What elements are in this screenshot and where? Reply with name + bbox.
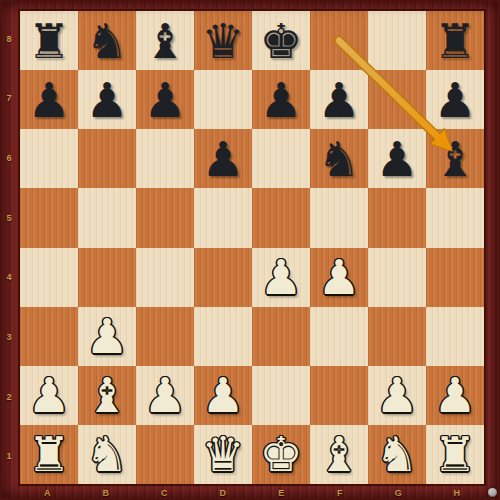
square-c2[interactable]: ♟ xyxy=(136,366,194,425)
square-c4[interactable] xyxy=(136,248,194,307)
square-g1[interactable]: ♞ xyxy=(368,425,426,484)
square-a4[interactable] xyxy=(20,248,78,307)
square-f5[interactable] xyxy=(310,188,368,247)
black-rook-piece[interactable]: ♜ xyxy=(27,17,70,65)
square-h6[interactable]: ♝ xyxy=(426,129,484,188)
white-knight-piece[interactable]: ♞ xyxy=(375,430,418,478)
square-d3[interactable] xyxy=(194,307,252,366)
square-f1[interactable]: ♝ xyxy=(310,425,368,484)
square-c5[interactable] xyxy=(136,188,194,247)
rank-label-2: 2 xyxy=(0,367,18,427)
square-e7[interactable]: ♟ xyxy=(252,70,310,129)
rank-labels: 87654321 xyxy=(0,9,18,486)
white-pawn-piece[interactable]: ♟ xyxy=(27,371,70,419)
white-pawn-piece[interactable]: ♟ xyxy=(85,312,128,360)
square-a6[interactable] xyxy=(20,129,78,188)
white-pawn-piece[interactable]: ♟ xyxy=(433,371,476,419)
square-c8[interactable]: ♝ xyxy=(136,11,194,70)
black-king-piece[interactable]: ♚ xyxy=(259,17,302,65)
rank-label-8: 8 xyxy=(0,9,18,69)
white-queen-piece[interactable]: ♛ xyxy=(201,430,244,478)
square-e3[interactable] xyxy=(252,307,310,366)
board: ♜♞♝♛♚♜♟♟♟♟♟♟♟♞♟♝♟♟♟♟♝♟♟♟♟♜♞♛♚♝♞♜ xyxy=(18,9,486,486)
square-d6[interactable]: ♟ xyxy=(194,129,252,188)
rank-label-5: 5 xyxy=(0,188,18,248)
square-f2[interactable] xyxy=(310,366,368,425)
white-king-piece[interactable]: ♚ xyxy=(259,430,302,478)
square-a2[interactable]: ♟ xyxy=(20,366,78,425)
black-knight-piece[interactable]: ♞ xyxy=(85,17,128,65)
square-d7[interactable] xyxy=(194,70,252,129)
square-c6[interactable] xyxy=(136,129,194,188)
black-pawn-piece[interactable]: ♟ xyxy=(27,76,70,124)
square-f4[interactable]: ♟ xyxy=(310,248,368,307)
black-bishop-piece[interactable]: ♝ xyxy=(143,17,186,65)
square-e2[interactable] xyxy=(252,366,310,425)
square-g5[interactable] xyxy=(368,188,426,247)
square-b4[interactable] xyxy=(78,248,136,307)
square-f7[interactable]: ♟ xyxy=(310,70,368,129)
square-b2[interactable]: ♝ xyxy=(78,366,136,425)
file-label-b: B xyxy=(77,485,136,500)
file-label-d: D xyxy=(194,485,253,500)
black-knight-piece[interactable]: ♞ xyxy=(317,135,360,183)
square-a8[interactable]: ♜ xyxy=(20,11,78,70)
square-b8[interactable]: ♞ xyxy=(78,11,136,70)
white-rook-piece[interactable]: ♜ xyxy=(27,430,70,478)
white-pawn-piece[interactable]: ♟ xyxy=(375,371,418,419)
file-label-g: G xyxy=(369,485,428,500)
white-bishop-piece[interactable]: ♝ xyxy=(317,430,360,478)
square-h4[interactable] xyxy=(426,248,484,307)
rank-label-3: 3 xyxy=(0,307,18,367)
file-labels: ABCDEFGH xyxy=(18,485,486,500)
chess-board-diagram: ♜♞♝♛♚♜♟♟♟♟♟♟♟♞♟♝♟♟♟♟♝♟♟♟♟♜♞♛♚♝♞♜ 8765432… xyxy=(0,0,500,500)
file-label-e: E xyxy=(252,485,311,500)
white-bishop-piece[interactable]: ♝ xyxy=(85,371,128,419)
white-pawn-piece[interactable]: ♟ xyxy=(201,371,244,419)
square-e8[interactable]: ♚ xyxy=(252,11,310,70)
square-b7[interactable]: ♟ xyxy=(78,70,136,129)
rank-label-6: 6 xyxy=(0,128,18,188)
square-d5[interactable] xyxy=(194,188,252,247)
square-g8[interactable] xyxy=(368,11,426,70)
black-pawn-piece[interactable]: ♟ xyxy=(375,135,418,183)
black-pawn-piece[interactable]: ♟ xyxy=(143,76,186,124)
black-bishop-piece[interactable]: ♝ xyxy=(433,135,476,183)
square-e1[interactable]: ♚ xyxy=(252,425,310,484)
square-h2[interactable]: ♟ xyxy=(426,366,484,425)
file-label-c: C xyxy=(135,485,194,500)
square-d8[interactable]: ♛ xyxy=(194,11,252,70)
square-g2[interactable]: ♟ xyxy=(368,366,426,425)
black-pawn-piece[interactable]: ♟ xyxy=(201,135,244,183)
square-b1[interactable]: ♞ xyxy=(78,425,136,484)
square-b5[interactable] xyxy=(78,188,136,247)
black-pawn-piece[interactable]: ♟ xyxy=(85,76,128,124)
white-pawn-piece[interactable]: ♟ xyxy=(259,253,302,301)
square-a1[interactable]: ♜ xyxy=(20,425,78,484)
square-h8[interactable]: ♜ xyxy=(426,11,484,70)
square-h7[interactable]: ♟ xyxy=(426,70,484,129)
square-g4[interactable] xyxy=(368,248,426,307)
white-pawn-piece[interactable]: ♟ xyxy=(317,253,360,301)
file-label-f: F xyxy=(311,485,370,500)
square-a5[interactable] xyxy=(20,188,78,247)
square-c7[interactable]: ♟ xyxy=(136,70,194,129)
square-h5[interactable] xyxy=(426,188,484,247)
square-f3[interactable] xyxy=(310,307,368,366)
white-rook-piece[interactable]: ♜ xyxy=(433,430,476,478)
black-pawn-piece[interactable]: ♟ xyxy=(317,76,360,124)
side-to-move-indicator xyxy=(488,488,497,497)
square-e6[interactable] xyxy=(252,129,310,188)
white-pawn-piece[interactable]: ♟ xyxy=(143,371,186,419)
square-h3[interactable] xyxy=(426,307,484,366)
square-g7[interactable] xyxy=(368,70,426,129)
square-d2[interactable]: ♟ xyxy=(194,366,252,425)
rank-label-7: 7 xyxy=(0,69,18,129)
square-c3[interactable] xyxy=(136,307,194,366)
square-g6[interactable]: ♟ xyxy=(368,129,426,188)
square-b3[interactable]: ♟ xyxy=(78,307,136,366)
file-label-a: A xyxy=(18,485,77,500)
square-f6[interactable]: ♞ xyxy=(310,129,368,188)
black-pawn-piece[interactable]: ♟ xyxy=(259,76,302,124)
white-knight-piece[interactable]: ♞ xyxy=(85,430,128,478)
square-h1[interactable]: ♜ xyxy=(426,425,484,484)
square-e4[interactable]: ♟ xyxy=(252,248,310,307)
square-a7[interactable]: ♟ xyxy=(20,70,78,129)
square-b6[interactable] xyxy=(78,129,136,188)
rank-label-4: 4 xyxy=(0,248,18,308)
square-f8[interactable] xyxy=(310,11,368,70)
square-d1[interactable]: ♛ xyxy=(194,425,252,484)
rank-label-1: 1 xyxy=(0,426,18,486)
black-queen-piece[interactable]: ♛ xyxy=(201,17,244,65)
square-c1[interactable] xyxy=(136,425,194,484)
square-d4[interactable] xyxy=(194,248,252,307)
square-e5[interactable] xyxy=(252,188,310,247)
black-rook-piece[interactable]: ♜ xyxy=(433,17,476,65)
file-label-h: H xyxy=(428,485,487,500)
black-pawn-piece[interactable]: ♟ xyxy=(433,76,476,124)
square-g3[interactable] xyxy=(368,307,426,366)
square-a3[interactable] xyxy=(20,307,78,366)
